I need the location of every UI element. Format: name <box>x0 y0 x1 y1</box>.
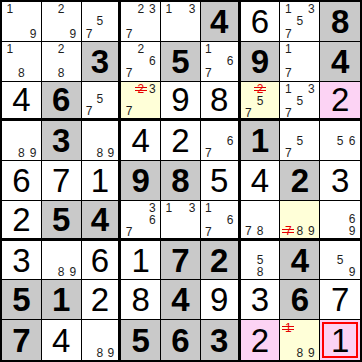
candidate-3: 3 <box>306 83 318 95</box>
given-digit: 4 <box>132 124 150 157</box>
cell-r9c6[interactable]: 3 <box>201 320 241 360</box>
candidate-9: 9 <box>306 346 318 359</box>
candidate-3: 3 <box>147 83 159 95</box>
pencil-marks: 13 <box>161 201 200 238</box>
candidate-7: 7 <box>282 67 294 79</box>
given-digit: 2 <box>12 203 30 236</box>
candidate-6: 6 <box>225 214 236 226</box>
candidate-1-eliminated: 1 <box>282 321 294 334</box>
given-digit: 1 <box>132 244 150 277</box>
pencil-marks: 13 <box>161 2 200 41</box>
recent-digit: 2 <box>331 83 349 116</box>
candidate-8: 8 <box>16 67 28 79</box>
candidate-1: 1 <box>4 43 16 55</box>
candidate-5: 5 <box>294 15 306 27</box>
cell-r7c9[interactable]: 59 <box>320 241 360 281</box>
solved-digit: 4 <box>91 203 109 236</box>
recent-digit: 2 <box>251 324 269 357</box>
cell-r4c6[interactable]: 67 <box>201 121 241 161</box>
solved-digit: 3 <box>52 124 70 157</box>
cell-r6c8[interactable]: 789 <box>280 201 320 241</box>
cell-r7c1[interactable]: 3 <box>2 241 42 281</box>
cell-r8c9[interactable]: 7 <box>320 280 360 320</box>
solved-digit: 7 <box>12 324 30 357</box>
cell-r5c2[interactable]: 7 <box>42 161 82 201</box>
cell-r7c7[interactable]: 58 <box>241 241 281 281</box>
cell-r1c7[interactable]: 6 <box>241 2 281 42</box>
candidate-5: 5 <box>294 135 306 147</box>
candidate-6: 6 <box>225 55 236 67</box>
candidate-9: 9 <box>67 28 79 40</box>
cell-r3c9[interactable]: 2 <box>320 82 360 122</box>
pencil-marks: 57 <box>82 2 119 41</box>
candidate-1: 1 <box>4 3 16 15</box>
pencil-marks: 89 <box>42 241 81 280</box>
candidate-1: 1 <box>282 3 294 15</box>
cell-r1c3[interactable]: 57 <box>82 2 122 42</box>
candidate-7: 7 <box>203 226 214 238</box>
solved-digit: 2 <box>210 244 228 277</box>
candidate-1: 1 <box>282 83 294 95</box>
candidate-7: 7 <box>123 105 135 117</box>
candidate-8: 8 <box>254 266 266 278</box>
cell-r8c8[interactable]: 6 <box>280 280 320 320</box>
given-digit: 9 <box>210 283 228 316</box>
cell-r1c9[interactable]: 8 <box>320 2 360 42</box>
candidate-5: 5 <box>294 95 306 107</box>
given-digit: 3 <box>331 164 349 197</box>
candidate-7: 7 <box>282 107 294 119</box>
candidate-5: 5 <box>254 95 266 107</box>
solved-digit: 9 <box>132 164 150 197</box>
cell-r3c1[interactable]: 4 <box>2 82 42 122</box>
solved-digit: 4 <box>171 283 189 316</box>
candidate-2: 2 <box>55 3 67 15</box>
cell-r9c3[interactable]: 89 <box>82 320 122 360</box>
pencil-marks: 1357 <box>280 82 319 119</box>
candidate-9: 9 <box>27 28 39 40</box>
solved-digit: 8 <box>171 164 189 197</box>
cell-r3c7[interactable]: 257 <box>241 82 281 122</box>
candidate-3: 3 <box>186 202 198 214</box>
cell-r6c4[interactable]: 367 <box>121 201 161 241</box>
candidate-6: 6 <box>346 135 358 147</box>
cell-r8c3[interactable]: 2 <box>82 280 122 320</box>
cell-r4c1[interactable]: 89 <box>2 121 42 161</box>
pencil-marks: 267 <box>121 42 160 81</box>
sudoku-board: 1929572371346135781828326751679174465723… <box>0 0 362 362</box>
cell-r5c6[interactable]: 5 <box>201 161 241 201</box>
cell-r9c7[interactable]: 2 <box>241 320 281 360</box>
cell-r9c2[interactable]: 4 <box>42 320 82 360</box>
candidate-9: 9 <box>346 225 358 237</box>
cell-r2c3[interactable]: 3 <box>82 42 122 82</box>
candidate-9: 9 <box>346 266 358 278</box>
cell-r2c4[interactable]: 267 <box>121 42 161 82</box>
candidate-9: 9 <box>27 147 39 159</box>
pencil-marks: 28 <box>42 42 81 81</box>
cell-r2c6[interactable]: 167 <box>201 42 241 82</box>
candidate-2: 2 <box>135 3 147 15</box>
cell-r1c8[interactable]: 1357 <box>280 2 320 42</box>
cell-r1c2[interactable]: 29 <box>42 2 82 42</box>
cell-r1c5[interactable]: 13 <box>161 2 201 42</box>
pencil-marks: 78 <box>241 201 280 238</box>
pencil-marks: 89 <box>82 121 119 160</box>
solved-digit: 7 <box>171 244 189 277</box>
pencil-marks: 167 <box>201 42 238 81</box>
cell-r4c3[interactable]: 89 <box>82 121 122 161</box>
cell-r6c7[interactable]: 78 <box>241 201 281 241</box>
given-digit: 3 <box>251 283 269 316</box>
cell-r4c5[interactable]: 2 <box>161 121 201 161</box>
given-digit: 6 <box>12 164 30 197</box>
cell-r2c1[interactable]: 18 <box>2 42 42 82</box>
solved-digit: 1 <box>251 124 269 157</box>
cell-r5c7[interactable]: 4 <box>241 161 281 201</box>
cell-r3c3[interactable]: 57 <box>82 82 122 122</box>
cell-r6c2[interactable]: 5 <box>42 201 82 241</box>
given-digit: 3 <box>12 244 30 277</box>
candidate-7: 7 <box>123 28 135 40</box>
candidate-7: 7 <box>123 226 135 238</box>
given-digit: 5 <box>210 164 228 197</box>
cell-r7c3[interactable]: 6 <box>82 241 122 281</box>
candidate-8: 8 <box>294 225 306 237</box>
candidate-7: 7 <box>84 105 95 117</box>
cell-r8c7[interactable]: 3 <box>241 280 281 320</box>
cell-r5c9[interactable]: 3 <box>320 161 360 201</box>
cell-r5c1[interactable]: 6 <box>2 161 42 201</box>
given-digit: 7 <box>331 283 349 316</box>
pencil-marks: 89 <box>2 121 41 160</box>
candidate-7-eliminated: 7 <box>282 225 294 237</box>
pencil-marks: 69 <box>320 201 360 238</box>
candidate-2: 2 <box>135 43 147 55</box>
cell-r5c4[interactable]: 9 <box>121 161 161 201</box>
solved-digit: 5 <box>12 283 30 316</box>
candidate-7: 7 <box>203 147 214 159</box>
solved-digit: 6 <box>52 83 70 116</box>
solved-digit: 9 <box>251 45 269 78</box>
candidate-3: 3 <box>186 3 198 15</box>
cell-r3c6[interactable]: 8 <box>201 82 241 122</box>
candidate-9: 9 <box>67 266 79 278</box>
solved-digit: 8 <box>331 5 349 38</box>
cell-r2c8[interactable]: 17 <box>280 42 320 82</box>
cell-r1c6[interactable]: 4 <box>201 2 241 42</box>
cell-r4c8[interactable]: 57 <box>280 121 320 161</box>
pencil-marks: 257 <box>241 82 280 119</box>
candidate-8: 8 <box>55 67 67 79</box>
pencil-marks: 789 <box>280 201 319 238</box>
cell-r6c9[interactable]: 69 <box>320 201 360 241</box>
solved-digit: 5 <box>171 45 189 78</box>
candidate-9: 9 <box>105 147 116 159</box>
candidate-7: 7 <box>282 28 294 40</box>
candidate-1: 1 <box>203 202 214 214</box>
cell-r3c8[interactable]: 1357 <box>280 82 320 122</box>
given-digit: 2 <box>91 283 109 316</box>
solved-digit: 4 <box>291 244 309 277</box>
solved-digit: 4 <box>331 45 349 78</box>
cell-r8c1[interactable]: 5 <box>2 280 42 320</box>
cell-r3c2[interactable]: 6 <box>42 82 82 122</box>
solved-digit: 2 <box>291 164 309 197</box>
candidate-7: 7 <box>282 147 294 159</box>
candidate-5: 5 <box>94 93 105 105</box>
pencil-marks: 17 <box>280 42 319 81</box>
candidate-3: 3 <box>306 3 318 15</box>
candidate-6: 6 <box>147 214 159 226</box>
cell-r3c5[interactable]: 9 <box>161 82 201 122</box>
pencil-marks: 59 <box>320 241 360 280</box>
cell-r2c5[interactable]: 5 <box>161 42 201 82</box>
given-digit: 4 <box>52 324 70 357</box>
cell-r4c2[interactable]: 3 <box>42 121 82 161</box>
cell-r8c2[interactable]: 1 <box>42 280 82 320</box>
given-digit: 9 <box>171 83 189 116</box>
candidate-2-eliminated: 2 <box>254 83 266 95</box>
given-digit: 8 <box>132 283 150 316</box>
candidate-3: 3 <box>147 3 159 15</box>
given-digit: 6 <box>251 5 269 38</box>
candidate-1: 1 <box>203 43 214 55</box>
solved-digit: 4 <box>210 5 228 38</box>
candidate-2: 2 <box>55 43 67 55</box>
pencil-marks: 19 <box>2 2 41 41</box>
cell-r6c3[interactable]: 4 <box>82 201 122 241</box>
candidate-9: 9 <box>306 225 318 237</box>
cell-r2c9[interactable]: 4 <box>320 42 360 82</box>
solved-digit: 5 <box>52 203 70 236</box>
candidate-8: 8 <box>94 147 105 159</box>
cell-r3c4[interactable]: 237 <box>121 82 161 122</box>
candidate-8: 8 <box>294 346 306 359</box>
candidate-5: 5 <box>94 15 105 27</box>
cell-r7c5[interactable]: 7 <box>161 241 201 281</box>
pencil-marks: 167 <box>201 201 238 238</box>
candidate-1: 1 <box>163 202 175 214</box>
pencil-marks: 29 <box>42 2 81 41</box>
given-digit: 4 <box>251 164 269 197</box>
candidate-2-eliminated: 2 <box>135 83 147 95</box>
cell-r7c2[interactable]: 89 <box>42 241 82 281</box>
cell-r6c1[interactable]: 2 <box>2 201 42 241</box>
cell-r4c7[interactable]: 1 <box>241 121 281 161</box>
cell-r7c4[interactable]: 1 <box>121 241 161 281</box>
pencil-marks: 189 <box>280 320 319 360</box>
candidate-7: 7 <box>203 67 214 79</box>
cell-r8c6[interactable]: 9 <box>201 280 241 320</box>
candidate-5: 5 <box>334 254 346 266</box>
cell-r8c4[interactable]: 8 <box>121 280 161 320</box>
candidate-6: 6 <box>225 135 236 147</box>
candidate-6: 6 <box>147 55 159 67</box>
given-digit: 8 <box>210 83 228 116</box>
candidate-7: 7 <box>243 107 255 119</box>
given-digit: 4 <box>12 83 30 116</box>
cell-r9c9[interactable]: 1 <box>320 320 360 360</box>
given-digit: 6 <box>91 244 109 277</box>
cell-r7c8[interactable]: 4 <box>280 241 320 281</box>
pencil-marks: 237 <box>121 2 160 41</box>
pencil-marks: 57 <box>280 121 319 160</box>
candidate-9: 9 <box>105 346 116 359</box>
cell-r2c2[interactable]: 28 <box>42 42 82 82</box>
cell-r7c6[interactable]: 2 <box>201 241 241 281</box>
cell-r5c3[interactable]: 1 <box>82 161 122 201</box>
pencil-marks: 89 <box>82 320 119 360</box>
solved-digit: 3 <box>210 324 228 357</box>
cell-r6c5[interactable]: 13 <box>161 201 201 241</box>
candidate-8: 8 <box>254 225 266 237</box>
candidate-8: 8 <box>94 346 105 359</box>
candidate-7: 7 <box>123 67 135 79</box>
given-digit: 7 <box>52 164 70 197</box>
candidate-1: 1 <box>163 3 175 15</box>
candidate-1: 1 <box>282 43 294 55</box>
cell-r5c8[interactable]: 2 <box>280 161 320 201</box>
cell-r1c1[interactable]: 19 <box>2 2 42 42</box>
candidate-7: 7 <box>84 28 95 40</box>
pencil-marks: 367 <box>121 201 160 238</box>
pencil-marks: 56 <box>320 121 360 160</box>
solved-digit: 3 <box>91 45 109 78</box>
pencil-marks: 67 <box>201 121 238 160</box>
given-digit: 1 <box>91 164 109 197</box>
candidate-5: 5 <box>334 135 346 147</box>
given-digit: 2 <box>171 124 189 157</box>
cell-r9c8[interactable]: 189 <box>280 320 320 360</box>
cell-r5c5[interactable]: 8 <box>161 161 201 201</box>
cell-r9c4[interactable]: 5 <box>121 320 161 360</box>
cell-r2c7[interactable]: 9 <box>241 42 281 82</box>
candidate-8: 8 <box>16 147 28 159</box>
pencil-marks: 1357 <box>280 2 319 41</box>
cell-r9c1[interactable]: 7 <box>2 320 42 360</box>
cell-r9c5[interactable]: 6 <box>161 320 201 360</box>
solved-digit: 6 <box>171 324 189 357</box>
cell-r4c4[interactable]: 4 <box>121 121 161 161</box>
pencil-marks: 237 <box>121 82 160 119</box>
solved-digit: 6 <box>291 283 309 316</box>
candidate-7: 7 <box>243 225 255 237</box>
solved-digit: 1 <box>52 283 70 316</box>
recent-digit: 1 <box>331 324 349 357</box>
pencil-marks: 18 <box>2 42 41 81</box>
cell-r8c5[interactable]: 4 <box>161 280 201 320</box>
candidate-6: 6 <box>346 213 358 225</box>
pencil-marks: 57 <box>82 82 119 119</box>
pencil-marks: 58 <box>241 241 280 280</box>
cell-r6c6[interactable]: 167 <box>201 201 241 241</box>
solved-digit: 5 <box>132 324 150 357</box>
cell-r1c4[interactable]: 237 <box>121 2 161 42</box>
candidate-8: 8 <box>55 266 67 278</box>
cell-r4c9[interactable]: 56 <box>320 121 360 161</box>
